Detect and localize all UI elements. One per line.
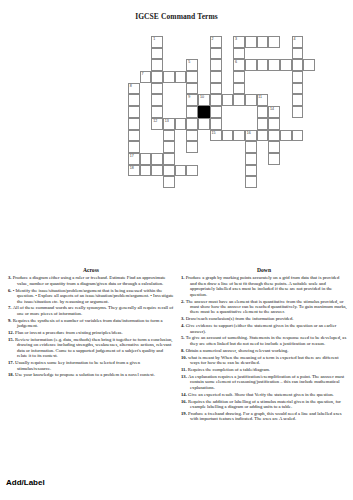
across-clue-list: 3. Produce a diagram either using a rule…	[8, 275, 174, 377]
empty-space	[186, 153, 198, 165]
empty-space	[140, 59, 152, 71]
empty-space	[245, 106, 257, 118]
grid-cell[interactable]	[245, 141, 257, 153]
grid-cell[interactable]	[128, 130, 140, 142]
grid-cell[interactable]	[210, 59, 222, 71]
grid-cell[interactable]	[222, 130, 234, 142]
down-clue: 3. Draw/reach conclusion(s) from the inf…	[181, 316, 347, 321]
grid-cell[interactable]	[186, 130, 198, 142]
empty-space	[163, 59, 175, 71]
grid-cell[interactable]	[175, 71, 187, 83]
empty-space	[186, 36, 198, 48]
across-clue: 7. All of these command words are really…	[8, 305, 174, 316]
grid-cell[interactable]	[292, 106, 304, 118]
grid-cell[interactable]	[163, 153, 175, 165]
empty-space	[163, 106, 175, 118]
empty-space	[198, 48, 210, 60]
empty-space	[245, 83, 257, 95]
empty-space	[303, 36, 315, 48]
across-clue: 6. • Identify the issue/situation/proble…	[8, 288, 174, 304]
down-clue: 2. The answer must have an element that …	[181, 299, 347, 315]
empty-space	[245, 71, 257, 83]
grid-cell[interactable]: 6	[233, 59, 245, 71]
empty-space	[303, 165, 315, 177]
empty-space	[303, 176, 315, 188]
grid-cell[interactable]	[128, 141, 140, 153]
grid-cell[interactable]: 11	[257, 94, 269, 106]
grid-cell[interactable]	[280, 130, 292, 142]
grid-cell[interactable]	[268, 153, 280, 165]
grid-cell[interactable]	[245, 94, 257, 106]
empty-space	[233, 153, 245, 165]
grid-cell[interactable]: 16	[245, 130, 257, 142]
empty-space	[175, 36, 187, 48]
grid-cell[interactable]	[151, 59, 163, 71]
grid-cell[interactable]: 1	[151, 36, 163, 48]
grid-cell[interactable]	[151, 153, 163, 165]
empty-space	[233, 165, 245, 177]
down-clue: 16. Requires the addition or labelling o…	[181, 399, 347, 410]
clue-number-label: 7	[141, 72, 143, 76]
down-header: Down	[181, 268, 347, 273]
down-clue: 14. Give an expected result. Show that V…	[181, 392, 347, 397]
empty-space	[198, 59, 210, 71]
grid-cell[interactable]	[175, 165, 187, 177]
empty-space	[257, 176, 269, 188]
empty-space	[140, 48, 152, 60]
grid-cell[interactable]: 9	[186, 94, 198, 106]
down-clue: 4. Give evidence to support (either the …	[181, 323, 347, 334]
grid-cell[interactable]	[151, 165, 163, 177]
empty-space	[303, 141, 315, 153]
empty-space	[280, 106, 292, 118]
grid-cell[interactable]	[257, 36, 269, 48]
empty-space	[175, 130, 187, 142]
empty-space	[280, 83, 292, 95]
across-clue: 15. Review information (e.g. data, metho…	[8, 337, 174, 359]
grid-cell[interactable]	[186, 141, 198, 153]
empty-space	[280, 165, 292, 177]
empty-space	[233, 106, 245, 118]
empty-space	[222, 106, 234, 118]
empty-space	[280, 176, 292, 188]
grid-cell[interactable]: 8	[128, 83, 140, 95]
empty-space	[175, 141, 187, 153]
clue-number-label: 9	[188, 95, 190, 99]
grid-cell[interactable]: 17	[128, 153, 140, 165]
clue-number-label: 5	[188, 60, 190, 64]
down-clue: 11. Requires the completion of a table/d…	[181, 367, 347, 372]
clue-number-label: 11	[258, 95, 262, 99]
empty-space	[175, 153, 187, 165]
across-clue: 3. Produce a diagram either using a rule…	[8, 275, 174, 286]
grid-cell[interactable]	[163, 165, 175, 177]
across-clue: 12. Plan or invent a procedure from exis…	[8, 330, 174, 335]
grid-cell[interactable]	[210, 83, 222, 95]
empty-space	[210, 153, 222, 165]
grid-cell[interactable]	[268, 118, 280, 130]
grid-cell[interactable]	[257, 118, 269, 130]
empty-space	[151, 141, 163, 153]
empty-space	[245, 48, 257, 60]
across-header: Across	[8, 268, 174, 273]
empty-space	[233, 141, 245, 153]
grid-cell[interactable]	[292, 83, 304, 95]
grid-cell[interactable]: 7	[140, 71, 152, 83]
empty-space	[151, 130, 163, 142]
empty-space	[268, 71, 280, 83]
empty-space	[280, 36, 292, 48]
empty-space	[303, 48, 315, 60]
grid-cell[interactable]	[257, 130, 269, 142]
empty-space	[186, 176, 198, 188]
empty-space	[222, 36, 234, 48]
grid-cell[interactable]: 4	[292, 36, 304, 48]
empty-space	[128, 36, 140, 48]
grid-cell[interactable]	[210, 94, 222, 106]
clue-number-label: 6	[235, 60, 237, 64]
empty-space	[175, 48, 187, 60]
empty-space	[257, 153, 269, 165]
empty-space	[175, 59, 187, 71]
empty-space	[257, 71, 269, 83]
empty-space	[222, 141, 234, 153]
crossword-grid[interactable]: 123456789101114121315161718	[128, 36, 315, 188]
grid-cell[interactable]	[186, 165, 198, 177]
grid-cell[interactable]	[233, 130, 245, 142]
empty-space	[280, 141, 292, 153]
empty-space	[292, 141, 304, 153]
empty-space	[292, 118, 304, 130]
grid-cell[interactable]	[233, 83, 245, 95]
grid-cell[interactable]	[292, 130, 304, 142]
grid-cell[interactable]: 13	[163, 118, 175, 130]
down-clues-section: Down 1. Produce a graph by marking point…	[181, 268, 347, 423]
clue-number-label: 1	[153, 37, 155, 41]
page-title: IGCSE Command Terms	[0, 12, 353, 21]
grid-cell[interactable]	[198, 118, 210, 130]
grid-cell[interactable]	[128, 94, 140, 106]
grid-cell[interactable]	[186, 71, 198, 83]
clue-number-label: 8	[130, 84, 132, 88]
empty-space	[128, 176, 140, 188]
clue-number-label: 12	[153, 119, 157, 123]
empty-space	[303, 71, 315, 83]
empty-space	[268, 83, 280, 95]
grid-cell[interactable]	[151, 94, 163, 106]
grid-cell[interactable]	[268, 59, 280, 71]
grid-cell[interactable]	[163, 71, 175, 83]
empty-space	[163, 48, 175, 60]
across-clues-section: Across 3. Produce a diagram either using…	[8, 268, 174, 379]
across-clue: 17. Usually requires some key informatio…	[8, 360, 174, 371]
grid-cell[interactable]	[151, 71, 163, 83]
grid-cell[interactable]	[245, 59, 257, 71]
empty-space	[268, 48, 280, 60]
down-clue: 10. what is meant by When the meaning of…	[181, 355, 347, 366]
empty-space	[198, 165, 210, 177]
empty-space	[303, 153, 315, 165]
clue-number-label: 4	[293, 37, 295, 41]
empty-space	[210, 176, 222, 188]
down-clue-list: 1. Produce a graph by marking points acc…	[181, 275, 347, 421]
grid-cell[interactable]	[292, 48, 304, 60]
clue-number-label: 17	[130, 154, 134, 158]
clue-number-label: 16	[247, 131, 251, 135]
grid-cell[interactable]	[186, 106, 198, 118]
crossword-page: { "title": "IGCSE Command Terms", "game"…	[0, 0, 353, 500]
grid-cell[interactable]	[292, 59, 304, 71]
grid-cell[interactable]	[303, 59, 315, 71]
empty-space	[292, 176, 304, 188]
empty-space	[222, 118, 234, 130]
grid-cell[interactable]	[222, 94, 234, 106]
empty-space	[303, 83, 315, 95]
grid-cell[interactable]	[292, 94, 304, 106]
empty-space	[198, 71, 210, 83]
grid-cell[interactable]	[245, 153, 257, 165]
empty-space	[292, 153, 304, 165]
empty-space	[280, 153, 292, 165]
empty-space	[280, 118, 292, 130]
down-clue: 13. An explanation requires a justificat…	[181, 374, 347, 390]
grid-cell[interactable]: 10	[198, 94, 210, 106]
empty-space	[280, 94, 292, 106]
grid-cell[interactable]: 15	[210, 130, 222, 142]
grid-cell[interactable]	[268, 36, 280, 48]
grid-cell[interactable]	[163, 130, 175, 142]
clue-number-label: 2	[212, 37, 214, 41]
empty-space	[257, 83, 269, 95]
empty-space	[210, 141, 222, 153]
grid-cell[interactable]	[186, 118, 198, 130]
clue-number-label: 15	[212, 131, 216, 135]
empty-space	[175, 176, 187, 188]
empty-space	[222, 59, 234, 71]
add-label-button[interactable]: Add/Label	[6, 478, 45, 487]
clue-number-label: 3	[235, 37, 237, 41]
empty-space	[128, 71, 140, 83]
grid-cell[interactable]	[163, 176, 175, 188]
across-clue: 9. Requires the synthesis of a number of…	[8, 318, 174, 329]
grid-cell[interactable]: 2	[210, 36, 222, 48]
empty-space	[140, 36, 152, 48]
empty-space	[292, 165, 304, 177]
grid-cell[interactable]	[151, 48, 163, 60]
empty-space	[222, 153, 234, 165]
grid-cell[interactable]	[210, 71, 222, 83]
empty-space	[198, 176, 210, 188]
grid-cell[interactable]	[151, 106, 163, 118]
grid-cell[interactable]	[233, 94, 245, 106]
empty-space	[128, 59, 140, 71]
grid-cell[interactable]: 18	[128, 165, 140, 177]
empty-space	[163, 36, 175, 48]
down-clue: 5. To give an account of something. Stat…	[181, 335, 347, 346]
empty-space	[257, 48, 269, 60]
empty-space	[280, 71, 292, 83]
empty-space	[198, 153, 210, 165]
empty-space	[140, 94, 152, 106]
empty-space	[186, 48, 198, 60]
empty-space	[163, 94, 175, 106]
grid-cell[interactable]	[280, 59, 292, 71]
empty-space	[140, 106, 152, 118]
empty-space	[140, 83, 152, 95]
grid-cell[interactable]	[245, 176, 257, 188]
empty-space	[140, 118, 152, 130]
grid-cell[interactable]	[292, 71, 304, 83]
empty-space	[175, 83, 187, 95]
empty-space	[233, 176, 245, 188]
empty-space	[128, 48, 140, 60]
grid-cell[interactable]	[245, 36, 257, 48]
empty-space	[257, 165, 269, 177]
empty-space	[175, 106, 187, 118]
grid-cell[interactable]	[257, 59, 269, 71]
grid-cell[interactable]	[245, 165, 257, 177]
empty-space	[210, 165, 222, 177]
empty-space	[280, 48, 292, 60]
grid-cell[interactable]	[257, 106, 269, 118]
empty-space	[303, 94, 315, 106]
empty-space	[140, 130, 152, 142]
empty-space	[175, 94, 187, 106]
grid-cell[interactable]	[128, 106, 140, 118]
grid-cell[interactable]	[186, 83, 198, 95]
empty-space	[198, 83, 210, 95]
empty-space	[222, 71, 234, 83]
empty-space	[268, 94, 280, 106]
clue-number-label: 18	[130, 166, 134, 170]
empty-space	[303, 130, 315, 142]
grid-cell[interactable]	[210, 118, 222, 130]
empty-space	[257, 141, 269, 153]
empty-space	[198, 130, 210, 142]
down-clue: 19. Produce a freehand drawing. For a gr…	[181, 411, 347, 422]
grid-cell[interactable]	[210, 106, 222, 118]
empty-space	[198, 36, 210, 48]
empty-space	[140, 176, 152, 188]
empty-space	[198, 141, 210, 153]
clue-number-label: 10	[200, 95, 204, 99]
empty-space	[303, 118, 315, 130]
clue-number-label: 14	[270, 107, 274, 111]
down-clue: 1. Produce a graph by marking points acc…	[181, 275, 347, 297]
grid-cell[interactable]	[163, 141, 175, 153]
empty-space	[140, 141, 152, 153]
down-clue: 8. Obtain a numerical answer, showing re…	[181, 348, 347, 353]
across-clue: 18. Use your knowledge to propose a solu…	[8, 372, 174, 377]
grid-cell[interactable]: 14	[268, 106, 280, 118]
empty-space	[268, 176, 280, 188]
grid-cell[interactable]: 3	[233, 36, 245, 48]
selected-black-cell[interactable]	[198, 106, 210, 118]
empty-space	[303, 106, 315, 118]
grid-cell[interactable]: 12	[151, 118, 163, 130]
grid-cell[interactable]	[140, 165, 152, 177]
empty-space	[151, 176, 163, 188]
empty-space	[245, 118, 257, 130]
empty-space	[222, 176, 234, 188]
empty-space	[163, 83, 175, 95]
grid-cell[interactable]	[210, 48, 222, 60]
empty-space	[268, 165, 280, 177]
grid-cell[interactable]	[268, 130, 280, 142]
empty-space	[222, 165, 234, 177]
grid-cell[interactable]	[175, 118, 187, 130]
empty-space	[222, 48, 234, 60]
grid-cell[interactable]	[151, 83, 163, 95]
grid-cell[interactable]	[233, 48, 245, 60]
grid-cell[interactable]	[268, 141, 280, 153]
clue-number-label: 13	[165, 119, 169, 123]
empty-space	[222, 83, 234, 95]
empty-space	[233, 118, 245, 130]
grid-cell[interactable]	[140, 153, 152, 165]
grid-cell[interactable]	[233, 71, 245, 83]
grid-cell[interactable]	[128, 118, 140, 130]
grid-cell[interactable]: 5	[186, 59, 198, 71]
